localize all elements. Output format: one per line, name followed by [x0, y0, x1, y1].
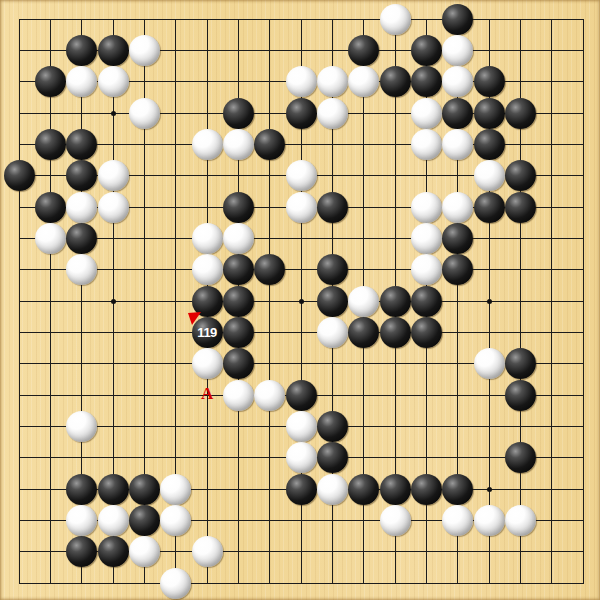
stone-white [474, 505, 505, 536]
grid-line-h [19, 583, 584, 584]
stone-black [223, 192, 254, 223]
stone-white [442, 66, 473, 97]
stone-black [348, 317, 379, 348]
stone-black [317, 411, 348, 442]
stone-black [66, 129, 97, 160]
star-point [111, 299, 116, 304]
stone-white [129, 35, 160, 66]
stone-white [66, 505, 97, 536]
grid-line-v [551, 19, 552, 584]
stone-white [411, 129, 442, 160]
stone-black [505, 380, 536, 411]
stone-black [442, 474, 473, 505]
stone-white [411, 254, 442, 285]
stone-black [66, 536, 97, 567]
stone-white [286, 160, 317, 191]
stone-white [505, 505, 536, 536]
stone-white [317, 317, 348, 348]
stone-white [66, 254, 97, 285]
stone-black [505, 192, 536, 223]
stone-black [223, 254, 254, 285]
stone-white [192, 129, 223, 160]
stone-white [411, 192, 442, 223]
stone-white [442, 505, 473, 536]
stone-white [286, 442, 317, 473]
stone-white [442, 192, 473, 223]
stone-black [286, 98, 317, 129]
stone-white [160, 505, 191, 536]
star-point [299, 299, 304, 304]
stone-black [348, 474, 379, 505]
stone-black [317, 442, 348, 473]
grid-line-v [583, 19, 584, 584]
stone-black [286, 474, 317, 505]
stone-white [411, 98, 442, 129]
stone-white [286, 411, 317, 442]
stone-black [411, 66, 442, 97]
stone-white [317, 474, 348, 505]
stone-black [317, 192, 348, 223]
stone-black [411, 35, 442, 66]
stone-white [192, 348, 223, 379]
stone-black [505, 348, 536, 379]
stone-white [317, 66, 348, 97]
stone-black [254, 129, 285, 160]
stone-black [35, 66, 66, 97]
stone-black [442, 4, 473, 35]
stone-black [505, 442, 536, 473]
stone-white [380, 505, 411, 536]
stone-black [380, 317, 411, 348]
stone-black [442, 223, 473, 254]
stone-black [98, 35, 129, 66]
stone-black [223, 317, 254, 348]
stone-black [474, 129, 505, 160]
stone-white [192, 223, 223, 254]
stone-black [254, 254, 285, 285]
stone-white [98, 505, 129, 536]
stone-white [348, 66, 379, 97]
stone-white [129, 536, 160, 567]
stone-black [442, 98, 473, 129]
stone-white [380, 4, 411, 35]
stone-white [317, 98, 348, 129]
stone-black [66, 223, 97, 254]
stone-black [317, 286, 348, 317]
stone-white [98, 160, 129, 191]
stone-black [474, 66, 505, 97]
stone-black [505, 160, 536, 191]
stone-black [98, 536, 129, 567]
star-point [487, 299, 492, 304]
last-move-triangle-icon [187, 311, 203, 327]
stone-black [223, 98, 254, 129]
stone-black [4, 160, 35, 191]
stone-white [129, 98, 160, 129]
grid-line-h [19, 332, 584, 333]
stone-white [160, 474, 191, 505]
stone-black [35, 192, 66, 223]
stone-black [380, 474, 411, 505]
label-a: A [201, 384, 213, 404]
stone-black [35, 129, 66, 160]
stone-white [286, 66, 317, 97]
stone-black [223, 348, 254, 379]
stone-white [160, 568, 191, 599]
stone-black [66, 474, 97, 505]
stone-white [192, 254, 223, 285]
stone-black [505, 98, 536, 129]
stone-black [380, 66, 411, 97]
stone-white [66, 66, 97, 97]
stone-black [98, 474, 129, 505]
stone-white [442, 129, 473, 160]
stone-white [223, 129, 254, 160]
stone-white [286, 192, 317, 223]
stone-white [66, 192, 97, 223]
stone-black [129, 474, 160, 505]
stone-black [442, 254, 473, 285]
stone-white [348, 286, 379, 317]
stone-black [286, 380, 317, 411]
stone-black [223, 286, 254, 317]
stone-black [380, 286, 411, 317]
stone-black [348, 35, 379, 66]
stone-white [192, 536, 223, 567]
stone-white [254, 380, 285, 411]
stone-black [411, 317, 442, 348]
stone-white [35, 223, 66, 254]
stone-white [66, 411, 97, 442]
stone-black [129, 505, 160, 536]
stone-white [474, 160, 505, 191]
stone-black [66, 160, 97, 191]
stone-black [411, 286, 442, 317]
stone-black [66, 35, 97, 66]
stone-white [474, 348, 505, 379]
stone-black [317, 254, 348, 285]
stone-black [411, 474, 442, 505]
star-point [111, 111, 116, 116]
stone-black [474, 98, 505, 129]
stone-white [442, 35, 473, 66]
stone-white [98, 66, 129, 97]
stone-black [474, 192, 505, 223]
stone-white [223, 223, 254, 254]
stone-white [98, 192, 129, 223]
go-board[interactable]: 119 A [0, 0, 600, 600]
star-point [487, 487, 492, 492]
stone-white [411, 223, 442, 254]
stone-white [223, 380, 254, 411]
